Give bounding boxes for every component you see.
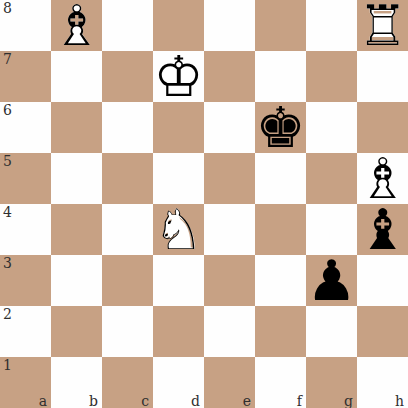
square-e2[interactable] (204, 306, 255, 357)
piece-white-knight[interactable]: ♞♘ (153, 204, 204, 255)
square-c3[interactable] (102, 255, 153, 306)
square-g6[interactable] (306, 102, 357, 153)
square-d6[interactable] (153, 102, 204, 153)
square-e1[interactable] (204, 357, 255, 408)
square-g1[interactable] (306, 357, 357, 408)
square-f3[interactable] (255, 255, 306, 306)
square-e8[interactable] (204, 0, 255, 51)
square-g5[interactable] (306, 153, 357, 204)
square-b5[interactable] (51, 153, 102, 204)
square-b7[interactable] (51, 51, 102, 102)
square-a5[interactable] (0, 153, 51, 204)
square-e4[interactable] (204, 204, 255, 255)
piece-white-rook[interactable]: ♜♖ (357, 0, 408, 51)
square-e3[interactable] (204, 255, 255, 306)
piece-glyph: ♚ (255, 102, 306, 153)
piece-glyph-outline: ♘ (153, 204, 204, 255)
square-g3[interactable]: ♟ (306, 255, 357, 306)
square-h8[interactable]: ♜♖ (357, 0, 408, 51)
piece-glyph-outline: ♔ (153, 51, 204, 102)
square-d4[interactable]: ♞♘ (153, 204, 204, 255)
square-b3[interactable] (51, 255, 102, 306)
square-g8[interactable] (306, 0, 357, 51)
square-f2[interactable] (255, 306, 306, 357)
piece-glyph: ♝ (357, 204, 408, 255)
square-d3[interactable] (153, 255, 204, 306)
square-d1[interactable] (153, 357, 204, 408)
square-d2[interactable] (153, 306, 204, 357)
square-a6[interactable] (0, 102, 51, 153)
square-a7[interactable] (0, 51, 51, 102)
piece-white-bishop[interactable]: ♝♗ (51, 0, 102, 51)
square-c7[interactable] (102, 51, 153, 102)
square-b6[interactable] (51, 102, 102, 153)
piece-black-bishop[interactable]: ♝ (357, 204, 408, 255)
square-e6[interactable] (204, 102, 255, 153)
square-h2[interactable] (357, 306, 408, 357)
square-h7[interactable] (357, 51, 408, 102)
piece-white-king[interactable]: ♚♔ (153, 51, 204, 102)
square-a8[interactable] (0, 0, 51, 51)
square-a2[interactable] (0, 306, 51, 357)
square-d7[interactable]: ♚♔ (153, 51, 204, 102)
piece-black-king[interactable]: ♚ (255, 102, 306, 153)
piece-glyph: ♟ (306, 255, 357, 306)
square-a1[interactable] (0, 357, 51, 408)
square-e7[interactable] (204, 51, 255, 102)
square-h4[interactable]: ♝ (357, 204, 408, 255)
square-f8[interactable] (255, 0, 306, 51)
square-c6[interactable] (102, 102, 153, 153)
square-a3[interactable] (0, 255, 51, 306)
square-b8[interactable]: ♝♗ (51, 0, 102, 51)
square-c8[interactable] (102, 0, 153, 51)
square-c2[interactable] (102, 306, 153, 357)
square-g7[interactable] (306, 51, 357, 102)
square-f1[interactable] (255, 357, 306, 408)
piece-black-pawn[interactable]: ♟ (306, 255, 357, 306)
chess-board: ♝♗♜♖♚♔♚♝♗♞♘♝♟ (0, 0, 408, 408)
piece-glyph-outline: ♖ (357, 0, 408, 51)
square-f4[interactable] (255, 204, 306, 255)
square-b2[interactable] (51, 306, 102, 357)
square-h1[interactable] (357, 357, 408, 408)
square-b1[interactable] (51, 357, 102, 408)
square-h3[interactable] (357, 255, 408, 306)
square-g2[interactable] (306, 306, 357, 357)
square-c1[interactable] (102, 357, 153, 408)
square-c4[interactable] (102, 204, 153, 255)
square-b4[interactable] (51, 204, 102, 255)
square-f5[interactable] (255, 153, 306, 204)
square-c5[interactable] (102, 153, 153, 204)
square-a4[interactable] (0, 204, 51, 255)
square-f6[interactable]: ♚ (255, 102, 306, 153)
chess-board-container: ♝♗♜♖♚♔♚♝♗♞♘♝♟ 87654321abcdefgh (0, 0, 408, 408)
piece-glyph-outline: ♗ (51, 0, 102, 51)
square-e5[interactable] (204, 153, 255, 204)
